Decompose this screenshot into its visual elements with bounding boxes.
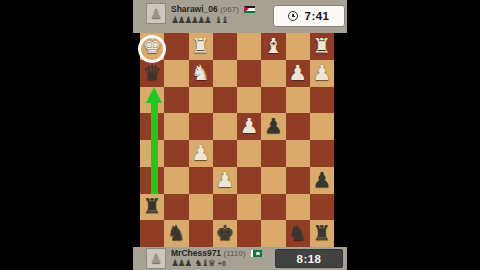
square[interactable] <box>213 60 237 87</box>
bottom-player-bar: ♟ MrChess971 (1110) ♟♟♟♞♝♛+6 8:18 <box>133 247 347 270</box>
square[interactable] <box>261 167 285 194</box>
piece-bR[interactable]: ♜ <box>140 194 164 221</box>
piece-bP[interactable]: ♟ <box>261 113 285 140</box>
square[interactable]: ♝ <box>261 33 285 60</box>
pawn-avatar-icon: ♟ <box>150 7 162 20</box>
screen: ♟ Sharawi_06 (967) ♟♟♟♟♟♟♝♝ 7:41 ♚♜♝♜♛♞♟… <box>0 0 480 270</box>
square[interactable] <box>140 140 164 167</box>
top-player-nameline: Sharawi_06 (967) <box>171 5 255 14</box>
top-player-captured-pieces: ♟♟♟♟♟♟♝♝ <box>171 16 228 25</box>
square[interactable] <box>140 220 164 247</box>
piece-wN[interactable]: ♞ <box>189 60 213 87</box>
square[interactable] <box>164 140 188 167</box>
top-player-time: 7:41 <box>304 10 329 22</box>
flag-jordan-icon <box>244 6 255 13</box>
piece-bK[interactable]: ♚ <box>213 220 237 247</box>
square[interactable] <box>140 87 164 114</box>
piece-bQ[interactable]: ♛ <box>140 60 164 87</box>
square[interactable] <box>189 194 213 221</box>
square[interactable] <box>237 87 261 114</box>
bottom-player-nameline: MrChess971 (1110) <box>171 249 262 258</box>
top-player-bar: ♟ Sharawi_06 (967) ♟♟♟♟♟♟♝♝ 7:41 <box>133 0 347 33</box>
piece-wP[interactable]: ♟ <box>189 140 213 167</box>
square[interactable]: ♛ <box>140 60 164 87</box>
square[interactable] <box>213 113 237 140</box>
top-player-avatar: ♟ <box>146 3 166 24</box>
square[interactable] <box>164 60 188 87</box>
square[interactable] <box>164 87 188 114</box>
bottom-player-captured-pieces: ♟♟♟♞♝♛+6 <box>171 259 226 268</box>
square[interactable] <box>237 33 261 60</box>
square[interactable] <box>237 167 261 194</box>
square[interactable] <box>164 33 188 60</box>
piece-wK[interactable]: ♚ <box>140 33 164 60</box>
square[interactable] <box>164 113 188 140</box>
square[interactable] <box>189 167 213 194</box>
square[interactable] <box>286 194 310 221</box>
square[interactable]: ♜ <box>310 220 334 247</box>
material-advantage-badge: +6 <box>217 259 226 268</box>
top-player-rating: (967) <box>220 5 239 14</box>
square[interactable] <box>286 167 310 194</box>
square[interactable]: ♚ <box>213 220 237 247</box>
piece-wP[interactable]: ♟ <box>310 60 334 87</box>
bottom-player-rating: (1110) <box>223 249 245 258</box>
square[interactable] <box>213 33 237 60</box>
square[interactable] <box>189 87 213 114</box>
captured-pieces-icons: ♝♝ <box>214 15 227 25</box>
square[interactable] <box>213 87 237 114</box>
square[interactable] <box>286 113 310 140</box>
square[interactable] <box>189 220 213 247</box>
square[interactable]: ♟ <box>213 167 237 194</box>
square[interactable]: ♟ <box>286 60 310 87</box>
piece-bR[interactable]: ♜ <box>310 220 334 247</box>
square[interactable] <box>310 194 334 221</box>
square[interactable] <box>261 87 285 114</box>
piece-bN[interactable]: ♞ <box>286 220 310 247</box>
piece-wB[interactable]: ♝ <box>261 33 285 60</box>
square[interactable] <box>237 194 261 221</box>
piece-bP[interactable]: ♟ <box>310 167 334 194</box>
square[interactable]: ♟ <box>310 60 334 87</box>
square[interactable] <box>213 140 237 167</box>
square[interactable] <box>189 113 213 140</box>
clock-icon <box>288 11 298 21</box>
square[interactable] <box>261 220 285 247</box>
board: ♚♜♝♜♛♞♟♟♟♟♟♟♟♜♞♚♞♜ <box>140 33 334 247</box>
flag-pakistan-icon <box>251 250 262 257</box>
square[interactable] <box>164 194 188 221</box>
square[interactable]: ♟ <box>189 140 213 167</box>
captured-pawns-icons: ♟♟♟♟♟♟ <box>171 15 210 25</box>
square[interactable]: ♜ <box>310 33 334 60</box>
square[interactable] <box>237 220 261 247</box>
piece-wP[interactable]: ♟ <box>237 113 261 140</box>
square[interactable] <box>261 60 285 87</box>
bottom-player-clock: 8:18 <box>275 249 343 268</box>
pawn-avatar-icon: ♟ <box>150 252 162 265</box>
square[interactable]: ♟ <box>237 113 261 140</box>
top-player-clock: 7:41 <box>273 5 345 27</box>
square[interactable] <box>310 87 334 114</box>
square[interactable]: ♜ <box>140 194 164 221</box>
piece-wR[interactable]: ♜ <box>310 33 334 60</box>
square[interactable] <box>310 140 334 167</box>
square[interactable] <box>140 113 164 140</box>
top-player-name: Sharawi_06 <box>171 4 218 14</box>
captured-pawns-icons: ♟♟♟ <box>171 258 191 268</box>
piece-bN[interactable]: ♞ <box>164 220 188 247</box>
square[interactable]: ♞ <box>189 60 213 87</box>
piece-wP[interactable]: ♟ <box>286 60 310 87</box>
square[interactable] <box>237 60 261 87</box>
piece-wR[interactable]: ♜ <box>189 33 213 60</box>
square[interactable] <box>140 167 164 194</box>
bottom-player-time: 8:18 <box>296 253 321 265</box>
square[interactable] <box>286 87 310 114</box>
piece-wP[interactable]: ♟ <box>213 167 237 194</box>
square[interactable] <box>261 194 285 221</box>
square[interactable] <box>213 194 237 221</box>
square[interactable] <box>164 167 188 194</box>
square[interactable]: ♟ <box>310 167 334 194</box>
square[interactable] <box>286 140 310 167</box>
captured-pieces-icons: ♞♝♛ <box>195 258 215 268</box>
square[interactable] <box>286 33 310 60</box>
chess-app: ♟ Sharawi_06 (967) ♟♟♟♟♟♟♝♝ 7:41 ♚♜♝♜♛♞♟… <box>133 0 347 270</box>
bottom-player-avatar: ♟ <box>146 248 166 269</box>
square[interactable]: ♞ <box>286 220 310 247</box>
square[interactable]: ♟ <box>261 113 285 140</box>
square[interactable]: ♞ <box>164 220 188 247</box>
square[interactable] <box>261 140 285 167</box>
square[interactable]: ♚ <box>140 33 164 60</box>
square[interactable] <box>310 113 334 140</box>
bottom-player-name: MrChess971 <box>171 248 221 258</box>
square[interactable] <box>237 140 261 167</box>
square[interactable]: ♜ <box>189 33 213 60</box>
